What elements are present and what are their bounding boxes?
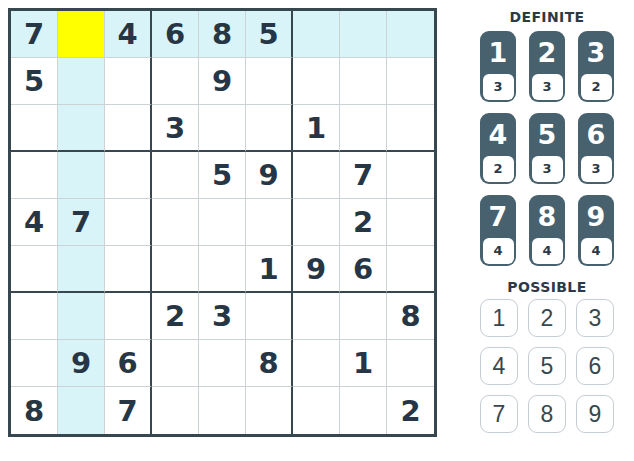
number-panel: DEFINITE 132332425363748494 POSSIBLE 123… — [480, 8, 614, 433]
cell-r8c4[interactable] — [152, 340, 199, 387]
cell-r5c2[interactable]: 7 — [58, 199, 105, 246]
cell-r6c5[interactable] — [199, 246, 246, 293]
cell-r8c1[interactable] — [11, 340, 58, 387]
definite-button-4[interactable]: 42 — [480, 113, 516, 184]
cell-r9c3[interactable]: 7 — [105, 387, 152, 434]
cell-r4c8[interactable]: 7 — [340, 152, 387, 199]
cell-r6c7[interactable]: 9 — [293, 246, 340, 293]
cell-r1c6[interactable]: 5 — [246, 11, 293, 58]
cell-r1c3[interactable]: 4 — [105, 11, 152, 58]
cell-r8c5[interactable] — [199, 340, 246, 387]
possible-grid: 123456789 — [480, 299, 614, 433]
cell-r4c5[interactable]: 5 — [199, 152, 246, 199]
cell-r3c1[interactable] — [11, 105, 58, 152]
definite-button-2[interactable]: 23 — [529, 31, 565, 102]
cell-r6c3[interactable] — [105, 246, 152, 293]
definite-button-3[interactable]: 32 — [578, 31, 614, 102]
possible-button-3[interactable]: 3 — [576, 299, 614, 337]
possible-button-6[interactable]: 6 — [576, 347, 614, 385]
cell-r9c5[interactable] — [199, 387, 246, 434]
definite-digit: 3 — [587, 31, 606, 74]
cell-r4c7[interactable] — [293, 152, 340, 199]
cell-r7c2[interactable] — [58, 293, 105, 340]
cell-r4c4[interactable] — [152, 152, 199, 199]
cell-r5c4[interactable] — [152, 199, 199, 246]
cell-r5c7[interactable] — [293, 199, 340, 246]
cell-r4c2[interactable] — [58, 152, 105, 199]
possible-button-5[interactable]: 5 — [528, 347, 566, 385]
definite-button-5[interactable]: 53 — [529, 113, 565, 184]
cell-r6c9[interactable] — [387, 246, 434, 293]
possible-button-4[interactable]: 4 — [480, 347, 518, 385]
cell-r9c6[interactable] — [246, 387, 293, 434]
cell-r2c4[interactable] — [152, 58, 199, 105]
sudoku-board: 7468559315974721962389681872 — [8, 8, 437, 437]
cell-r5c1[interactable]: 4 — [11, 199, 58, 246]
cell-r8c3[interactable]: 6 — [105, 340, 152, 387]
cell-r5c3[interactable] — [105, 199, 152, 246]
cell-r7c1[interactable] — [11, 293, 58, 340]
cell-r3c2[interactable] — [58, 105, 105, 152]
definite-label: DEFINITE — [480, 8, 614, 26]
possible-label: POSSIBLE — [480, 278, 614, 296]
cell-r2c1[interactable]: 5 — [11, 58, 58, 105]
cell-r5c5[interactable] — [199, 199, 246, 246]
possible-button-9[interactable]: 9 — [576, 395, 614, 433]
cell-r6c6[interactable]: 1 — [246, 246, 293, 293]
definite-count-badge: 4 — [581, 238, 612, 264]
definite-count-badge: 3 — [532, 74, 563, 100]
cell-r1c4[interactable]: 6 — [152, 11, 199, 58]
cell-r7c6[interactable] — [246, 293, 293, 340]
definite-count-badge: 3 — [581, 156, 612, 182]
possible-button-2[interactable]: 2 — [528, 299, 566, 337]
definite-digit: 1 — [489, 31, 508, 74]
cell-r2c5[interactable]: 9 — [199, 58, 246, 105]
cell-r1c9[interactable] — [387, 11, 434, 58]
possible-button-7[interactable]: 7 — [480, 395, 518, 433]
definite-button-9[interactable]: 94 — [578, 195, 614, 266]
cell-r7c9[interactable]: 8 — [387, 293, 434, 340]
definite-button-8[interactable]: 84 — [529, 195, 565, 266]
definite-grid: 132332425363748494 — [480, 31, 614, 266]
cell-r1c8[interactable] — [340, 11, 387, 58]
cell-r2c8[interactable] — [340, 58, 387, 105]
cell-r7c5[interactable]: 3 — [199, 293, 246, 340]
cell-r2c2[interactable] — [58, 58, 105, 105]
cell-r7c3[interactable] — [105, 293, 152, 340]
definite-count-badge: 2 — [581, 74, 612, 100]
cell-r2c7[interactable] — [293, 58, 340, 105]
cell-r3c9[interactable] — [387, 105, 434, 152]
definite-count-badge: 4 — [532, 238, 563, 264]
cell-r9c4[interactable] — [152, 387, 199, 434]
cell-r5c9[interactable] — [387, 199, 434, 246]
cell-r5c8[interactable]: 2 — [340, 199, 387, 246]
definite-digit: 4 — [489, 113, 508, 156]
cell-r7c8[interactable] — [340, 293, 387, 340]
definite-digit: 8 — [538, 195, 557, 238]
definite-digit: 6 — [587, 113, 606, 156]
cell-r9c1[interactable]: 8 — [11, 387, 58, 434]
definite-digit: 7 — [489, 195, 508, 238]
cell-r1c5[interactable]: 8 — [199, 11, 246, 58]
cell-r3c7[interactable]: 1 — [293, 105, 340, 152]
cell-r6c2[interactable] — [58, 246, 105, 293]
cell-r8c8[interactable]: 1 — [340, 340, 387, 387]
cell-r3c8[interactable] — [340, 105, 387, 152]
cell-r4c3[interactable] — [105, 152, 152, 199]
cell-r2c6[interactable] — [246, 58, 293, 105]
cell-r3c6[interactable] — [246, 105, 293, 152]
cell-r6c4[interactable] — [152, 246, 199, 293]
possible-button-8[interactable]: 8 — [528, 395, 566, 433]
definite-button-1[interactable]: 13 — [480, 31, 516, 102]
possible-button-1[interactable]: 1 — [480, 299, 518, 337]
cell-r2c9[interactable] — [387, 58, 434, 105]
definite-count-badge: 3 — [532, 156, 563, 182]
cell-r7c7[interactable] — [293, 293, 340, 340]
cell-r1c2[interactable] — [58, 11, 105, 58]
cell-r8c2[interactable]: 9 — [58, 340, 105, 387]
cell-r4c1[interactable] — [11, 152, 58, 199]
cell-r7c4[interactable]: 2 — [152, 293, 199, 340]
cell-r4c9[interactable] — [387, 152, 434, 199]
definite-count-badge: 2 — [483, 156, 514, 182]
definite-count-badge: 4 — [483, 238, 514, 264]
cell-r4c6[interactable]: 9 — [246, 152, 293, 199]
cell-r8c6[interactable]: 8 — [246, 340, 293, 387]
cell-r3c4[interactable]: 3 — [152, 105, 199, 152]
cell-r8c9[interactable] — [387, 340, 434, 387]
cell-r3c3[interactable] — [105, 105, 152, 152]
cell-r1c7[interactable] — [293, 11, 340, 58]
cell-r8c7[interactable] — [293, 340, 340, 387]
definite-digit: 9 — [587, 195, 606, 238]
cell-r9c9[interactable]: 2 — [387, 387, 434, 434]
cell-r9c2[interactable] — [58, 387, 105, 434]
definite-button-6[interactable]: 63 — [578, 113, 614, 184]
cell-r5c6[interactable] — [246, 199, 293, 246]
cell-r1c1[interactable]: 7 — [11, 11, 58, 58]
cell-r6c8[interactable]: 6 — [340, 246, 387, 293]
cell-r9c7[interactable] — [293, 387, 340, 434]
cell-r9c8[interactable] — [340, 387, 387, 434]
definite-digit: 5 — [538, 113, 557, 156]
cell-r6c1[interactable] — [11, 246, 58, 293]
definite-digit: 2 — [538, 31, 557, 74]
cell-r2c3[interactable] — [105, 58, 152, 105]
definite-count-badge: 3 — [483, 74, 514, 100]
cell-r3c5[interactable] — [199, 105, 246, 152]
definite-button-7[interactable]: 74 — [480, 195, 516, 266]
